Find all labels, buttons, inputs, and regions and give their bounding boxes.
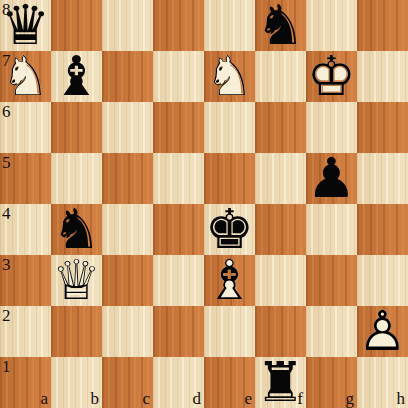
piece-white-queen[interactable]: ♛♕: [51, 255, 102, 306]
piece-white-king[interactable]: ♚♔: [306, 51, 357, 102]
piece-white-knight[interactable]: ♞♘: [0, 51, 51, 102]
square-d3[interactable]: [153, 255, 204, 306]
square-c7[interactable]: [102, 51, 153, 102]
square-a5[interactable]: 5: [0, 153, 51, 204]
file-label-g: g: [346, 390, 355, 407]
square-f3[interactable]: [255, 255, 306, 306]
square-c2[interactable]: [102, 306, 153, 357]
piece-black-bishop[interactable]: ♝: [51, 51, 102, 102]
square-b3[interactable]: ♛♕: [51, 255, 102, 306]
square-h6[interactable]: [357, 102, 408, 153]
square-g5[interactable]: ♟: [306, 153, 357, 204]
square-a1[interactable]: 1a: [0, 357, 51, 408]
piece-white-pawn[interactable]: ♟♙: [357, 306, 408, 357]
square-g2[interactable]: [306, 306, 357, 357]
square-f6[interactable]: [255, 102, 306, 153]
file-label-e: e: [244, 390, 252, 407]
square-c5[interactable]: [102, 153, 153, 204]
square-f8[interactable]: ♞: [255, 0, 306, 51]
square-f7[interactable]: [255, 51, 306, 102]
square-e7[interactable]: ♞♘: [204, 51, 255, 102]
rank-label-3: 3: [2, 256, 11, 273]
square-g3[interactable]: [306, 255, 357, 306]
square-b1[interactable]: b: [51, 357, 102, 408]
piece-white-knight[interactable]: ♞♘: [204, 51, 255, 102]
square-d5[interactable]: [153, 153, 204, 204]
square-c8[interactable]: [102, 0, 153, 51]
square-a3[interactable]: 3: [0, 255, 51, 306]
square-d8[interactable]: [153, 0, 204, 51]
square-d4[interactable]: [153, 204, 204, 255]
piece-black-pawn[interactable]: ♟: [306, 153, 357, 204]
square-a7[interactable]: 7♞♘: [0, 51, 51, 102]
piece-black-rook[interactable]: ♜: [255, 357, 306, 408]
square-e6[interactable]: [204, 102, 255, 153]
file-label-b: b: [91, 390, 100, 407]
square-e1[interactable]: e: [204, 357, 255, 408]
square-c1[interactable]: c: [102, 357, 153, 408]
file-label-h: h: [397, 390, 406, 407]
square-g4[interactable]: [306, 204, 357, 255]
square-f5[interactable]: [255, 153, 306, 204]
square-f1[interactable]: f♜: [255, 357, 306, 408]
square-h8[interactable]: [357, 0, 408, 51]
square-c4[interactable]: [102, 204, 153, 255]
square-d6[interactable]: [153, 102, 204, 153]
piece-black-knight[interactable]: ♞: [255, 0, 306, 51]
square-g7[interactable]: ♚♔: [306, 51, 357, 102]
square-h4[interactable]: [357, 204, 408, 255]
square-b7[interactable]: ♝: [51, 51, 102, 102]
square-h2[interactable]: ♟♙: [357, 306, 408, 357]
square-g1[interactable]: g: [306, 357, 357, 408]
chessboard: 8♛♞7♞♘♝♞♘♚♔65♟4♞♚3♛♕♝♗2♟♙1abcdef♜gh: [0, 0, 408, 408]
square-h1[interactable]: h: [357, 357, 408, 408]
square-f4[interactable]: [255, 204, 306, 255]
file-label-a: a: [40, 390, 48, 407]
file-label-d: d: [193, 390, 202, 407]
rank-label-2: 2: [2, 307, 11, 324]
square-a2[interactable]: 2: [0, 306, 51, 357]
square-c3[interactable]: [102, 255, 153, 306]
square-d2[interactable]: [153, 306, 204, 357]
square-d1[interactable]: d: [153, 357, 204, 408]
square-a4[interactable]: 4: [0, 204, 51, 255]
rank-label-4: 4: [2, 205, 11, 222]
piece-white-bishop[interactable]: ♝♗: [204, 255, 255, 306]
square-a6[interactable]: 6: [0, 102, 51, 153]
square-e3[interactable]: ♝♗: [204, 255, 255, 306]
square-e2[interactable]: [204, 306, 255, 357]
square-c6[interactable]: [102, 102, 153, 153]
rank-label-1: 1: [2, 358, 11, 375]
square-h7[interactable]: [357, 51, 408, 102]
file-label-c: c: [142, 390, 150, 407]
square-b2[interactable]: [51, 306, 102, 357]
square-d7[interactable]: [153, 51, 204, 102]
square-b6[interactable]: [51, 102, 102, 153]
square-h5[interactable]: [357, 153, 408, 204]
rank-label-5: 5: [2, 154, 11, 171]
